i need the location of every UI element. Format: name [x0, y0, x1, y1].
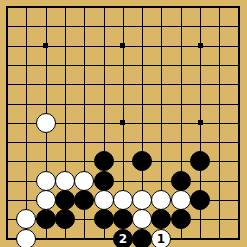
black-stone	[190, 151, 210, 171]
black-stone	[190, 190, 210, 210]
black-stone	[36, 209, 56, 229]
move-number-label: 1	[157, 233, 165, 245]
black-stone	[94, 171, 114, 191]
grid-line-horizontal	[7, 142, 239, 143]
white-stone	[151, 190, 171, 210]
star-point	[120, 120, 125, 125]
black-stone	[55, 190, 75, 210]
black-stone	[55, 209, 75, 229]
white-stone	[132, 209, 152, 229]
black-stone-move-2: 2	[113, 229, 133, 247]
star-point	[198, 43, 203, 48]
white-stone	[74, 171, 94, 191]
white-stone	[113, 190, 133, 210]
star-point	[120, 43, 125, 48]
black-stone	[94, 151, 114, 171]
grid-line-vertical	[219, 7, 220, 239]
white-stone	[94, 190, 114, 210]
black-stone	[113, 209, 133, 229]
black-stone	[132, 151, 152, 171]
white-stone-move-1: 1	[151, 229, 171, 247]
go-board[interactable]: 21	[0, 0, 247, 247]
white-stone	[36, 190, 56, 210]
white-stone	[55, 171, 75, 191]
white-stone	[36, 171, 56, 191]
star-point	[43, 43, 48, 48]
star-point	[198, 120, 203, 125]
black-stone	[171, 209, 191, 229]
white-stone	[16, 229, 36, 247]
white-stone	[171, 190, 191, 210]
black-stone	[132, 229, 152, 247]
white-stone	[132, 190, 152, 210]
move-number-label: 2	[119, 233, 127, 245]
white-stone	[16, 209, 36, 229]
white-stone	[36, 113, 56, 133]
black-stone	[94, 209, 114, 229]
black-stone	[151, 209, 171, 229]
black-stone	[74, 190, 94, 210]
black-stone	[171, 171, 191, 191]
